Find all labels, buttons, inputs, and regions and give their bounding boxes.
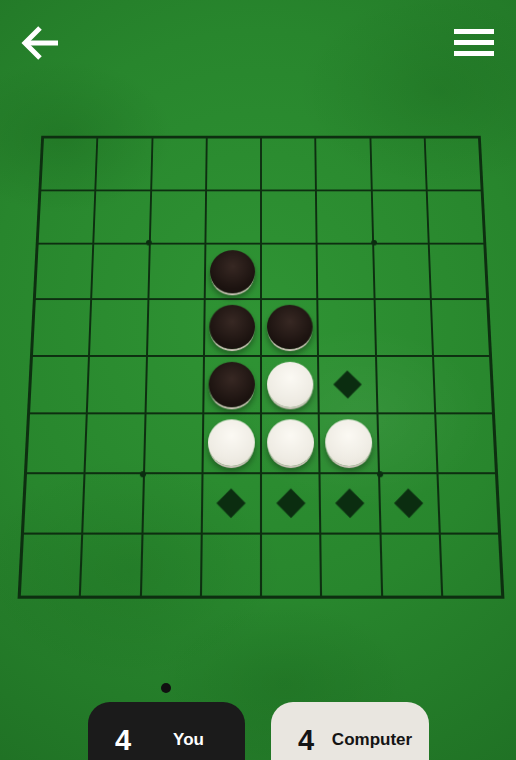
board-cell[interactable] (321, 534, 382, 597)
board-cell[interactable] (202, 413, 261, 472)
board-cell[interactable] (149, 190, 206, 244)
board-cell[interactable] (201, 534, 261, 597)
board-cell[interactable] (89, 299, 148, 356)
board-cell[interactable] (140, 534, 201, 597)
board-cell[interactable] (261, 473, 321, 534)
board-cell[interactable] (144, 413, 203, 472)
othello-board (18, 136, 505, 599)
guide-dot (139, 471, 145, 477)
board-cell[interactable] (431, 299, 490, 356)
board-cell[interactable] (91, 244, 149, 299)
black-disc (209, 305, 255, 349)
board-cell[interactable] (38, 190, 96, 244)
legal-move-marker[interactable] (394, 489, 423, 518)
white-disc (325, 420, 373, 467)
board-cell[interactable] (261, 413, 320, 472)
white-disc (208, 420, 255, 467)
back-button[interactable] (18, 21, 62, 65)
score-card-computer: 4 Computer (271, 702, 429, 760)
board-cell[interactable] (426, 190, 484, 244)
board-cell[interactable] (320, 473, 380, 534)
board-cell[interactable] (380, 534, 442, 597)
board-cell[interactable] (23, 473, 85, 534)
board-cell[interactable] (32, 299, 91, 356)
board-cell[interactable] (201, 473, 261, 534)
board-cell[interactable] (433, 356, 493, 414)
board-cell[interactable] (370, 138, 426, 190)
board-cell[interactable] (205, 190, 261, 244)
board-cell[interactable] (261, 190, 317, 244)
hamburger-menu-icon (454, 29, 494, 34)
board-cell[interactable] (85, 413, 145, 472)
board-cell[interactable] (261, 244, 318, 299)
board-cell[interactable] (204, 244, 261, 299)
legal-move-marker[interactable] (276, 489, 305, 518)
guide-dot (376, 471, 382, 477)
board-cell[interactable] (26, 413, 87, 472)
hamburger-menu-icon (454, 51, 494, 56)
hamburger-menu-icon (454, 40, 494, 45)
board-cell[interactable] (261, 138, 316, 190)
board-cell[interactable] (142, 473, 202, 534)
board-cell[interactable] (261, 299, 318, 356)
board-cell[interactable] (35, 244, 94, 299)
black-disc (209, 362, 256, 407)
board-cell[interactable] (204, 299, 261, 356)
board-cell[interactable] (315, 138, 371, 190)
white-player-label: Computer (327, 730, 429, 750)
board-cell[interactable] (203, 356, 261, 414)
legal-move-marker[interactable] (217, 489, 246, 518)
board-cell[interactable] (145, 356, 204, 414)
board-grid (18, 136, 505, 599)
board-cell[interactable] (428, 244, 487, 299)
board-cell[interactable] (377, 413, 437, 472)
score-card-you: 4 You (88, 702, 245, 760)
board-cell[interactable] (440, 534, 503, 597)
board-cell[interactable] (319, 413, 378, 472)
legal-move-marker[interactable] (333, 370, 361, 398)
board-cell[interactable] (87, 356, 146, 414)
board-cell[interactable] (96, 138, 152, 190)
board-cell[interactable] (437, 473, 499, 534)
othello-game-screen: 4 You 4 Computer (0, 0, 516, 760)
white-disc (267, 362, 314, 407)
turn-indicator-dot (161, 683, 171, 693)
board-cell[interactable] (148, 244, 205, 299)
board-cell[interactable] (147, 299, 205, 356)
board-cell[interactable] (82, 473, 143, 534)
board-cell[interactable] (40, 138, 97, 190)
board-cell[interactable] (376, 356, 435, 414)
menu-button[interactable] (454, 29, 494, 56)
board-cell[interactable] (316, 190, 373, 244)
board-cell[interactable] (261, 356, 319, 414)
board-cell[interactable] (378, 473, 439, 534)
legal-move-marker[interactable] (335, 489, 364, 518)
board-cell[interactable] (373, 244, 431, 299)
black-disc (210, 250, 255, 293)
board-cell[interactable] (318, 356, 377, 414)
board-cell[interactable] (29, 356, 89, 414)
board-cell[interactable] (94, 190, 151, 244)
board-cell[interactable] (151, 138, 207, 190)
board-cell[interactable] (424, 138, 481, 190)
board-cell[interactable] (206, 138, 261, 190)
board-cell[interactable] (435, 413, 496, 472)
guide-dot (371, 240, 377, 246)
board-cell[interactable] (318, 299, 376, 356)
board-cell[interactable] (20, 534, 83, 597)
board-cell[interactable] (261, 534, 321, 597)
black-score: 4 (102, 724, 144, 757)
black-disc (267, 305, 313, 349)
white-score: 4 (285, 724, 327, 757)
board-cell[interactable] (317, 244, 374, 299)
board-cell[interactable] (80, 534, 142, 597)
board-cell[interactable] (374, 299, 433, 356)
arrow-left-icon (18, 21, 62, 65)
board-cell[interactable] (371, 190, 428, 244)
white-disc (267, 420, 314, 467)
guide-dot (145, 240, 151, 246)
black-player-label: You (144, 730, 245, 750)
